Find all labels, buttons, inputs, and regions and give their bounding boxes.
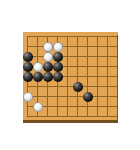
white-stone xyxy=(33,62,43,72)
grid-line-horizontal xyxy=(27,116,118,117)
grid-line-horizontal xyxy=(27,56,118,57)
board-edge-shadow-right xyxy=(117,35,119,123)
go-board[interactable] xyxy=(23,32,118,123)
white-stone xyxy=(33,102,43,112)
black-stone xyxy=(73,82,83,92)
black-stone xyxy=(53,62,63,72)
white-stone xyxy=(53,42,63,52)
black-stone xyxy=(43,62,53,72)
black-stone xyxy=(23,62,33,72)
white-stone xyxy=(43,42,53,52)
black-stone xyxy=(83,92,93,102)
white-stone xyxy=(43,52,53,62)
black-stone xyxy=(43,72,53,82)
black-stone xyxy=(23,72,33,82)
black-stone xyxy=(23,52,33,62)
grid-line-horizontal xyxy=(27,36,118,37)
board-edge-shadow-bottom xyxy=(23,120,118,123)
white-stone xyxy=(23,92,33,102)
black-stone xyxy=(53,72,63,82)
grid-line-horizontal xyxy=(27,46,118,47)
go-diagram-screenshot xyxy=(0,0,140,150)
black-stone xyxy=(53,52,63,62)
black-stone xyxy=(33,72,43,82)
grid-line-horizontal xyxy=(27,96,118,97)
